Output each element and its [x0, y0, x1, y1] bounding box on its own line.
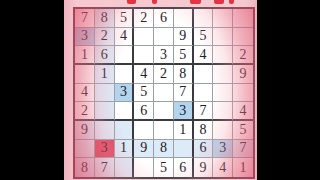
- cell-r7c4[interactable]: [134, 121, 154, 140]
- cell-r7c2[interactable]: [95, 121, 115, 140]
- clipped-title-text-remnant: [190, 0, 201, 4]
- cell-r2c9[interactable]: [233, 28, 253, 47]
- cell-r4c8[interactable]: [213, 65, 233, 84]
- cell-r5c8[interactable]: [213, 84, 233, 103]
- cell-r5c2[interactable]: [95, 84, 115, 103]
- cell-r1c8[interactable]: [213, 9, 233, 28]
- cell-r6c8[interactable]: [213, 102, 233, 121]
- cell-r9c4[interactable]: [134, 158, 154, 177]
- letterbox-right: [257, 0, 320, 180]
- cell-r6c5[interactable]: [154, 102, 174, 121]
- cell-r8c4[interactable]: 9: [134, 140, 154, 159]
- cell-r2c3[interactable]: 4: [115, 28, 135, 47]
- clipped-title-text-remnant: [229, 0, 234, 4]
- clipped-title-text-remnant: [214, 0, 224, 4]
- cell-r3c1[interactable]: 1: [75, 46, 95, 65]
- cell-r8c2[interactable]: 3: [95, 140, 115, 159]
- cell-r8c7[interactable]: 6: [194, 140, 214, 159]
- cell-r3c3[interactable]: [115, 46, 135, 65]
- cell-r2c4[interactable]: [134, 28, 154, 47]
- cell-r3c9[interactable]: 2: [233, 46, 253, 65]
- cell-r3c4[interactable]: [134, 46, 154, 65]
- cell-r1c5[interactable]: 6: [154, 9, 174, 28]
- cell-r7c5[interactable]: [154, 121, 174, 140]
- letterbox-left: [0, 0, 64, 180]
- clipped-title-text-remnant: [127, 0, 136, 4]
- cell-r8c5[interactable]: 8: [154, 140, 174, 159]
- cell-r4c3[interactable]: [115, 65, 135, 84]
- cell-r1c1[interactable]: 7: [75, 9, 95, 28]
- cell-r3c8[interactable]: [213, 46, 233, 65]
- cell-r2c5[interactable]: [154, 28, 174, 47]
- cell-r4c6[interactable]: 8: [174, 65, 194, 84]
- cell-r5c9[interactable]: [233, 84, 253, 103]
- cell-r6c7[interactable]: 7: [194, 102, 214, 121]
- cell-r6c2[interactable]: [95, 102, 115, 121]
- cell-r6c1[interactable]: 2: [75, 102, 95, 121]
- cell-r1c7[interactable]: [194, 9, 214, 28]
- cell-r8c8[interactable]: 3: [213, 140, 233, 159]
- cell-r1c2[interactable]: 8: [95, 9, 115, 28]
- cell-r4c4[interactable]: 4: [134, 65, 154, 84]
- cell-r3c5[interactable]: 3: [154, 46, 174, 65]
- cell-r2c8[interactable]: [213, 28, 233, 47]
- sudoku-board: 7852632495163542142894357263749185319863…: [73, 7, 255, 179]
- cell-r5c6[interactable]: 7: [174, 84, 194, 103]
- cell-r4c2[interactable]: 1: [95, 65, 115, 84]
- video-frame: 7852632495163542142894357263749185319863…: [0, 0, 320, 180]
- cell-r8c9[interactable]: 7: [233, 140, 253, 159]
- cell-r8c1[interactable]: [75, 140, 95, 159]
- cell-r1c4[interactable]: 2: [134, 9, 154, 28]
- cell-r7c8[interactable]: [213, 121, 233, 140]
- cell-r6c6[interactable]: 3: [174, 102, 194, 121]
- cell-r7c7[interactable]: 8: [194, 121, 214, 140]
- cell-r9c6[interactable]: 6: [174, 158, 194, 177]
- cell-r1c9[interactable]: [233, 9, 253, 28]
- cell-r2c7[interactable]: 5: [194, 28, 214, 47]
- cell-r9c7[interactable]: 9: [194, 158, 214, 177]
- cell-r5c1[interactable]: 4: [75, 84, 95, 103]
- cell-r7c3[interactable]: [115, 121, 135, 140]
- cell-r5c5[interactable]: [154, 84, 174, 103]
- cell-r2c2[interactable]: 2: [95, 28, 115, 47]
- cell-r4c9[interactable]: 9: [233, 65, 253, 84]
- cell-r9c3[interactable]: [115, 158, 135, 177]
- cell-r2c6[interactable]: 9: [174, 28, 194, 47]
- cell-r7c6[interactable]: 1: [174, 121, 194, 140]
- cell-r7c9[interactable]: 5: [233, 121, 253, 140]
- cell-r5c7[interactable]: [194, 84, 214, 103]
- cell-r3c7[interactable]: 4: [194, 46, 214, 65]
- cell-r8c3[interactable]: 1: [115, 140, 135, 159]
- cell-r1c3[interactable]: 5: [115, 9, 135, 28]
- cell-r3c6[interactable]: 5: [174, 46, 194, 65]
- cell-r6c4[interactable]: 6: [134, 102, 154, 121]
- cell-r6c3[interactable]: [115, 102, 135, 121]
- cell-r9c2[interactable]: 7: [95, 158, 115, 177]
- cell-r9c9[interactable]: 1: [233, 158, 253, 177]
- cell-r6c9[interactable]: 4: [233, 102, 253, 121]
- cell-r5c4[interactable]: 5: [134, 84, 154, 103]
- cell-r4c1[interactable]: [75, 65, 95, 84]
- cell-r4c5[interactable]: 2: [154, 65, 174, 84]
- cell-r9c1[interactable]: 8: [75, 158, 95, 177]
- cell-r9c8[interactable]: 4: [213, 158, 233, 177]
- cell-r8c6[interactable]: [174, 140, 194, 159]
- cell-r3c2[interactable]: 6: [95, 46, 115, 65]
- cell-r9c5[interactable]: 5: [154, 158, 174, 177]
- clipped-title-text-remnant: [152, 0, 157, 4]
- cell-r7c1[interactable]: 9: [75, 121, 95, 140]
- cell-r4c7[interactable]: [194, 65, 214, 84]
- cell-r2c1[interactable]: 3: [75, 28, 95, 47]
- cell-r5c3[interactable]: 3: [115, 84, 135, 103]
- cell-r1c6[interactable]: [174, 9, 194, 28]
